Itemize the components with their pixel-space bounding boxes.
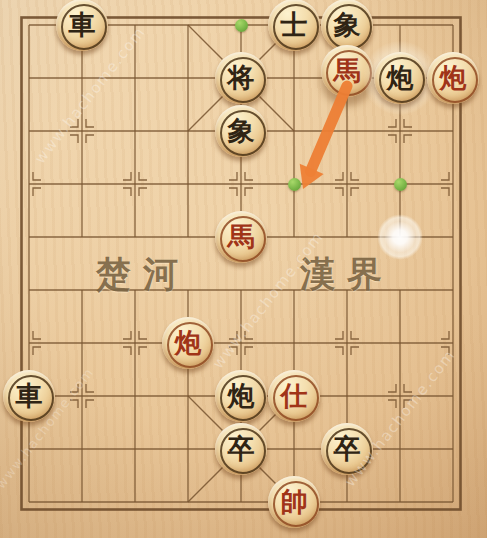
piece-red-general[interactable]: 帥 (268, 476, 320, 528)
square-3-6: 炮 (162, 317, 215, 370)
square-4-1: 将 (215, 52, 268, 105)
piece-black-chariot[interactable]: 車 (56, 0, 108, 51)
piece-character: 車 (69, 11, 96, 38)
square-6-0: 象 (321, 0, 374, 52)
square-4-2: 象 (215, 105, 268, 158)
piece-black-cannon[interactable]: 炮 (374, 52, 426, 104)
piece-red-cannon[interactable]: 炮 (162, 317, 214, 369)
move-hint-cell[interactable] (374, 158, 427, 211)
piece-character: 炮 (387, 64, 414, 91)
piece-character: 炮 (440, 64, 467, 91)
square-5-0: 士 (268, 0, 321, 52)
white-glow-effect (377, 214, 423, 260)
piece-black-soldier[interactable]: 卒 (321, 423, 373, 475)
piece-character: 卒 (228, 435, 255, 462)
piece-red-advisor[interactable]: 仕 (268, 370, 320, 422)
piece-black-elephant[interactable]: 象 (215, 105, 267, 157)
piece-character: 馬 (228, 223, 255, 250)
piece-character: 将 (228, 64, 255, 91)
move-hint-dot[interactable] (394, 178, 407, 191)
piece-red-horse[interactable]: 馬 (215, 211, 267, 263)
square-5-9: 帥 (268, 476, 321, 529)
square-7-1: 炮 (374, 52, 427, 105)
piece-black-soldier[interactable]: 卒 (215, 423, 267, 475)
square-8-1: 炮 (427, 52, 480, 105)
piece-character: 卒 (334, 435, 361, 462)
move-hint-dot[interactable] (288, 178, 301, 191)
xiangqi-board: 楚河 漢界 車士象将馬炮炮象馬炮車炮仕卒卒帥 www.hachome.com w… (0, 0, 487, 538)
square-0-7: 車 (3, 370, 56, 423)
piece-black-elephant[interactable]: 象 (321, 0, 373, 51)
piece-red-cannon[interactable]: 炮 (427, 52, 479, 104)
move-hint-cell[interactable] (215, 0, 268, 52)
effect-cell (374, 211, 427, 264)
piece-black-general[interactable]: 将 (215, 52, 267, 104)
piece-black-cannon[interactable]: 炮 (215, 370, 267, 422)
move-hint-dot[interactable] (235, 19, 248, 32)
piece-black-advisor[interactable]: 士 (268, 0, 320, 51)
piece-character: 馬 (334, 57, 361, 84)
board-intersections: 車士象将馬炮炮象馬炮車炮仕卒卒帥 (3, 0, 480, 529)
piece-character: 象 (228, 117, 255, 144)
square-4-8: 卒 (215, 423, 268, 476)
square-5-7: 仕 (268, 370, 321, 423)
square-4-4: 馬 (215, 211, 268, 264)
square-1-0: 車 (56, 0, 109, 52)
piece-character: 象 (334, 11, 361, 38)
piece-character: 車 (16, 382, 43, 409)
move-hint-cell[interactable] (268, 158, 321, 211)
square-4-7: 炮 (215, 370, 268, 423)
piece-character: 仕 (281, 382, 308, 409)
square-6-8: 卒 (321, 423, 374, 476)
piece-character: 炮 (175, 329, 202, 356)
piece-character: 炮 (228, 382, 255, 409)
piece-black-chariot[interactable]: 車 (3, 370, 55, 422)
piece-character: 帥 (281, 488, 308, 515)
piece-character: 士 (281, 11, 308, 38)
